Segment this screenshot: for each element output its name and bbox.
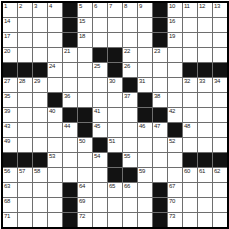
block-r1c11 <box>153 3 167 17</box>
block-r11c13 <box>183 153 197 167</box>
clue-number-15: 15 <box>79 18 85 24</box>
block-r2c11 <box>153 18 167 32</box>
cell-r15c2[interactable] <box>18 213 32 227</box>
clue-number-70: 70 <box>169 198 175 204</box>
cell-r8c2[interactable] <box>18 108 32 122</box>
cell-r7c1[interactable]: 35 <box>3 93 17 107</box>
block-r5c1 <box>3 63 17 77</box>
clue-number-19: 19 <box>169 33 175 39</box>
cell-r15c13[interactable] <box>183 213 197 227</box>
block-r11c15 <box>213 153 227 167</box>
cell-r14c2[interactable] <box>18 198 32 212</box>
clue-number-65: 65 <box>109 183 115 189</box>
cell-r4c12[interactable] <box>168 48 182 62</box>
cell-r10c2[interactable] <box>18 138 32 152</box>
cell-r6c13[interactable]: 32 <box>183 78 197 92</box>
block-r5c15 <box>213 63 227 77</box>
cell-r15c8[interactable] <box>108 213 122 227</box>
cell-r2c12[interactable]: 16 <box>168 18 182 32</box>
cell-r8c1[interactable]: 39 <box>3 108 17 122</box>
cell-r11c6[interactable] <box>78 153 92 167</box>
cell-r6c7[interactable] <box>93 78 107 92</box>
clue-number-12: 12 <box>199 3 205 9</box>
cell-r11c11[interactable] <box>153 153 167 167</box>
cell-r12c13[interactable]: 60 <box>183 168 197 182</box>
block-r11c2 <box>18 153 32 167</box>
cell-r9c8[interactable] <box>108 123 122 137</box>
block-r14c11 <box>153 198 167 212</box>
cell-r9c13[interactable]: 48 <box>183 123 197 137</box>
block-r9c12 <box>168 123 182 137</box>
cell-r7c11[interactable]: 38 <box>153 93 167 107</box>
cell-r10c1[interactable]: 49 <box>3 138 17 152</box>
cell-r6c1[interactable]: 27 <box>3 78 17 92</box>
crossword-board: 1234567891011121314151617181920212223242… <box>0 0 229 229</box>
block-r5c3 <box>33 63 47 77</box>
cell-r5c6[interactable] <box>78 63 92 77</box>
clue-number-17: 17 <box>4 33 10 39</box>
clue-number-41: 41 <box>94 108 100 114</box>
cell-r11c10[interactable] <box>138 153 152 167</box>
clue-number-35: 35 <box>4 93 10 99</box>
cell-r13c9[interactable]: 66 <box>123 183 137 197</box>
cell-r12c12[interactable] <box>168 168 182 182</box>
cell-r12c4[interactable] <box>48 168 62 182</box>
cell-r10c5[interactable] <box>63 138 77 152</box>
cell-r9c15[interactable] <box>213 123 227 137</box>
cell-r8c7[interactable]: 41 <box>93 108 107 122</box>
clue-number-6: 6 <box>94 3 97 9</box>
cell-r11c9[interactable]: 55 <box>123 153 137 167</box>
cell-r9c2[interactable] <box>18 123 32 137</box>
clue-number-26: 26 <box>124 63 130 69</box>
cell-r12c2[interactable]: 57 <box>18 168 32 182</box>
block-r4c7 <box>93 48 107 62</box>
cell-r4c9[interactable]: 22 <box>123 48 137 62</box>
block-r10c7 <box>93 138 107 152</box>
cell-r11c5[interactable] <box>63 153 77 167</box>
block-r11c8 <box>108 153 122 167</box>
cell-r12c3[interactable]: 58 <box>33 168 47 182</box>
cell-r6c2[interactable]: 28 <box>18 78 32 92</box>
cell-r3c2[interactable] <box>18 33 32 47</box>
clue-number-47: 47 <box>154 123 160 129</box>
cell-r6c14[interactable]: 33 <box>198 78 212 92</box>
cell-r7c2[interactable] <box>18 93 32 107</box>
clue-number-67: 67 <box>169 183 175 189</box>
clue-number-37: 37 <box>124 93 130 99</box>
block-r15c5 <box>63 213 77 227</box>
cell-r13c15[interactable] <box>213 183 227 197</box>
cell-r6c6[interactable] <box>78 78 92 92</box>
cell-r15c10[interactable] <box>138 213 152 227</box>
cell-r14c6[interactable]: 69 <box>78 198 92 212</box>
block-r11c3 <box>33 153 47 167</box>
cell-r12c14[interactable]: 61 <box>198 168 212 182</box>
cell-r8c15[interactable] <box>213 108 227 122</box>
cell-r10c6[interactable]: 50 <box>78 138 92 152</box>
cell-r1c9[interactable]: 8 <box>123 3 137 17</box>
cell-r5c5[interactable] <box>63 63 77 77</box>
cell-r13c2[interactable] <box>18 183 32 197</box>
block-r5c14 <box>198 63 212 77</box>
cell-r2c4[interactable] <box>48 18 62 32</box>
cell-r12c15[interactable]: 62 <box>213 168 227 182</box>
cell-r6c4[interactable] <box>48 78 62 92</box>
clue-number-58: 58 <box>34 168 40 174</box>
cell-r2c13[interactable] <box>183 18 197 32</box>
clue-number-14: 14 <box>4 18 10 24</box>
clue-number-49: 49 <box>4 138 10 144</box>
cell-r6c8[interactable]: 30 <box>108 78 122 92</box>
clue-number-9: 9 <box>139 3 142 9</box>
cell-r2c3[interactable] <box>33 18 47 32</box>
cell-r13c3[interactable] <box>33 183 47 197</box>
clue-number-61: 61 <box>199 168 205 174</box>
cell-r7c3[interactable] <box>33 93 47 107</box>
cell-r5c12[interactable] <box>168 63 182 77</box>
block-r1c5 <box>63 3 77 17</box>
cell-r3c13[interactable] <box>183 33 197 47</box>
cell-r7c15[interactable] <box>213 93 227 107</box>
cell-r13c6[interactable]: 64 <box>78 183 92 197</box>
cell-r9c9[interactable] <box>123 123 137 137</box>
cell-r5c7[interactable]: 25 <box>93 63 107 77</box>
cell-r3c4[interactable] <box>48 33 62 47</box>
block-r8c6 <box>78 108 92 122</box>
cell-r7c8[interactable] <box>108 93 122 107</box>
cell-r15c3[interactable] <box>33 213 47 227</box>
clue-number-3: 3 <box>34 3 37 9</box>
cell-r14c13[interactable] <box>183 198 197 212</box>
cell-r2c9[interactable] <box>123 18 137 32</box>
cell-r8c8[interactable] <box>108 108 122 122</box>
cell-r13c12[interactable]: 67 <box>168 183 182 197</box>
clue-number-57: 57 <box>19 168 25 174</box>
cell-r14c15[interactable] <box>213 198 227 212</box>
clue-number-38: 38 <box>154 93 160 99</box>
clue-number-2: 2 <box>19 3 22 9</box>
clue-number-4: 4 <box>49 3 52 9</box>
crossword-grid: 1234567891011121314151617181920212223242… <box>1 1 229 229</box>
cell-r8c13[interactable] <box>183 108 197 122</box>
clue-number-5: 5 <box>79 3 82 9</box>
cell-r4c4[interactable] <box>48 48 62 62</box>
cell-r1c1[interactable]: 1 <box>3 3 17 17</box>
cell-r5c10[interactable] <box>138 63 152 77</box>
block-r5c8 <box>108 63 122 77</box>
clue-number-52: 52 <box>169 138 175 144</box>
cell-r6c12[interactable] <box>168 78 182 92</box>
block-r11c1 <box>3 153 17 167</box>
cell-r3c12[interactable]: 19 <box>168 33 182 47</box>
cell-r8c9[interactable] <box>123 108 137 122</box>
clue-number-29: 29 <box>34 78 40 84</box>
cell-r13c4[interactable] <box>48 183 62 197</box>
cell-r9c14[interactable] <box>198 123 212 137</box>
cell-r1c14[interactable]: 12 <box>198 3 212 17</box>
cell-r15c9[interactable] <box>123 213 137 227</box>
cell-r3c3[interactable] <box>33 33 47 47</box>
clue-number-63: 63 <box>4 183 10 189</box>
cell-r4c10[interactable] <box>138 48 152 62</box>
cell-r5c9[interactable]: 26 <box>123 63 137 77</box>
cell-r10c14[interactable] <box>198 138 212 152</box>
cell-r7c14[interactable] <box>198 93 212 107</box>
cell-r4c3[interactable] <box>33 48 47 62</box>
cell-r8c12[interactable]: 42 <box>168 108 182 122</box>
clue-number-28: 28 <box>19 78 25 84</box>
clue-number-18: 18 <box>79 33 85 39</box>
cell-r13c10[interactable] <box>138 183 152 197</box>
block-r12c9 <box>123 168 137 182</box>
cell-r2c8[interactable] <box>108 18 122 32</box>
cell-r3c10[interactable] <box>138 33 152 47</box>
cell-r10c4[interactable] <box>48 138 62 152</box>
cell-r1c15[interactable]: 13 <box>213 3 227 17</box>
cell-r3c14[interactable] <box>198 33 212 47</box>
cell-r13c8[interactable]: 65 <box>108 183 122 197</box>
cell-r10c15[interactable] <box>213 138 227 152</box>
block-r13c11 <box>153 183 167 197</box>
cell-r3c15[interactable] <box>213 33 227 47</box>
cell-r1c10[interactable]: 9 <box>138 3 152 17</box>
cell-r9c1[interactable]: 43 <box>3 123 17 137</box>
clue-number-31: 31 <box>139 78 145 84</box>
block-r3c5 <box>63 33 77 47</box>
clue-number-20: 20 <box>4 48 10 54</box>
block-r9c6 <box>78 123 92 137</box>
cell-r3c9[interactable] <box>123 33 137 47</box>
clue-number-44: 44 <box>64 123 70 129</box>
clue-number-56: 56 <box>4 168 10 174</box>
cell-r10c8[interactable]: 51 <box>108 138 122 152</box>
block-r12c8 <box>108 168 122 182</box>
block-r15c11 <box>153 213 167 227</box>
cell-r6c10[interactable]: 31 <box>138 78 152 92</box>
clue-number-43: 43 <box>4 123 10 129</box>
cell-r4c6[interactable] <box>78 48 92 62</box>
cell-r4c2[interactable] <box>18 48 32 62</box>
cell-r2c14[interactable] <box>198 18 212 32</box>
clue-number-66: 66 <box>124 183 130 189</box>
cell-r10c9[interactable] <box>123 138 137 152</box>
block-r5c13 <box>183 63 197 77</box>
clue-number-33: 33 <box>199 78 205 84</box>
cell-r12c10[interactable]: 59 <box>138 168 152 182</box>
cell-r15c15[interactable] <box>213 213 227 227</box>
block-r5c2 <box>18 63 32 77</box>
cell-r9c11[interactable]: 47 <box>153 123 167 137</box>
cell-r4c11[interactable]: 23 <box>153 48 167 62</box>
block-r8c11 <box>153 108 167 122</box>
clue-number-22: 22 <box>124 48 130 54</box>
clue-number-64: 64 <box>79 183 85 189</box>
cell-r14c12[interactable]: 70 <box>168 198 182 212</box>
cell-r4c1[interactable]: 20 <box>3 48 17 62</box>
block-r2c5 <box>63 18 77 32</box>
clue-number-36: 36 <box>64 93 70 99</box>
cell-r15c1[interactable]: 71 <box>3 213 17 227</box>
cell-r7c7[interactable] <box>93 93 107 107</box>
cell-r15c7[interactable] <box>93 213 107 227</box>
cell-r4c15[interactable] <box>213 48 227 62</box>
clue-number-68: 68 <box>4 198 10 204</box>
clue-number-30: 30 <box>109 78 115 84</box>
clue-number-46: 46 <box>139 123 145 129</box>
cell-r10c10[interactable] <box>138 138 152 152</box>
clue-number-51: 51 <box>109 138 115 144</box>
cell-r13c7[interactable] <box>93 183 107 197</box>
cell-r4c13[interactable] <box>183 48 197 62</box>
cell-r7c9[interactable]: 37 <box>123 93 137 107</box>
clue-number-13: 13 <box>214 3 220 9</box>
cell-r13c14[interactable] <box>198 183 212 197</box>
cell-r12c6[interactable] <box>78 168 92 182</box>
clue-number-24: 24 <box>49 63 55 69</box>
clue-number-8: 8 <box>124 3 127 9</box>
cell-r8c4[interactable]: 40 <box>48 108 62 122</box>
clue-number-21: 21 <box>64 48 70 54</box>
cell-r10c11[interactable] <box>153 138 167 152</box>
cell-r1c8[interactable]: 7 <box>108 3 122 17</box>
block-r14c5 <box>63 198 77 212</box>
clue-number-72: 72 <box>79 213 85 219</box>
block-r8c5 <box>63 108 77 122</box>
cell-r1c6[interactable]: 5 <box>78 3 92 17</box>
cell-r1c3[interactable]: 3 <box>33 3 47 17</box>
cell-r9c7[interactable]: 45 <box>93 123 107 137</box>
cell-r10c12[interactable]: 52 <box>168 138 182 152</box>
cell-r1c4[interactable]: 4 <box>48 3 62 17</box>
cell-r6c15[interactable]: 34 <box>213 78 227 92</box>
cell-r3c7[interactable] <box>93 33 107 47</box>
clue-number-54: 54 <box>94 153 100 159</box>
cell-r12c5[interactable] <box>63 168 77 182</box>
cell-r12c11[interactable] <box>153 168 167 182</box>
cell-r7c5[interactable]: 36 <box>63 93 77 107</box>
clue-number-42: 42 <box>169 108 175 114</box>
cell-r14c7[interactable] <box>93 198 107 212</box>
clue-number-62: 62 <box>214 168 220 174</box>
cell-r13c1[interactable]: 63 <box>3 183 17 197</box>
cell-r1c13[interactable]: 11 <box>183 3 197 17</box>
cell-r3c1[interactable]: 17 <box>3 33 17 47</box>
cell-r5c4[interactable]: 24 <box>48 63 62 77</box>
clue-number-16: 16 <box>169 18 175 24</box>
cell-r11c12[interactable] <box>168 153 182 167</box>
clue-number-48: 48 <box>184 123 190 129</box>
cell-r4c5[interactable]: 21 <box>63 48 77 62</box>
clue-number-27: 27 <box>4 78 10 84</box>
cell-r14c4[interactable] <box>48 198 62 212</box>
cell-r8c14[interactable] <box>198 108 212 122</box>
cell-r11c7[interactable]: 54 <box>93 153 107 167</box>
cell-r9c5[interactable]: 44 <box>63 123 77 137</box>
clue-number-32: 32 <box>184 78 190 84</box>
cell-r9c10[interactable]: 46 <box>138 123 152 137</box>
cell-r14c14[interactable] <box>198 198 212 212</box>
clue-number-40: 40 <box>49 108 55 114</box>
clue-number-11: 11 <box>184 3 189 9</box>
clue-number-53: 53 <box>49 153 55 159</box>
cell-r2c10[interactable] <box>138 18 152 32</box>
cell-r9c4[interactable] <box>48 123 62 137</box>
clue-number-55: 55 <box>124 153 130 159</box>
cell-r3c8[interactable] <box>108 33 122 47</box>
clue-number-25: 25 <box>94 63 100 69</box>
cell-r14c10[interactable] <box>138 198 152 212</box>
clue-number-45: 45 <box>94 123 100 129</box>
cell-r14c1[interactable]: 68 <box>3 198 17 212</box>
cell-r14c9[interactable] <box>123 198 137 212</box>
cell-r4c14[interactable] <box>198 48 212 62</box>
cell-r9c3[interactable] <box>33 123 47 137</box>
cell-r12c7[interactable] <box>93 168 107 182</box>
block-r7c10 <box>138 93 152 107</box>
block-r6c9 <box>123 78 137 92</box>
clue-number-69: 69 <box>79 198 85 204</box>
clue-number-73: 73 <box>169 213 175 219</box>
clue-number-50: 50 <box>79 138 85 144</box>
cell-r3c6[interactable]: 18 <box>78 33 92 47</box>
block-r8c10 <box>138 108 152 122</box>
clue-number-59: 59 <box>139 168 145 174</box>
cell-r10c13[interactable] <box>183 138 197 152</box>
cell-r1c12[interactable]: 10 <box>168 3 182 17</box>
cell-r7c12[interactable] <box>168 93 182 107</box>
cell-r1c2[interactable]: 2 <box>18 3 32 17</box>
cell-r2c7[interactable] <box>93 18 107 32</box>
block-r3c11 <box>153 33 167 47</box>
clue-number-23: 23 <box>154 48 160 54</box>
clue-number-34: 34 <box>214 78 220 84</box>
cell-r8c3[interactable] <box>33 108 47 122</box>
cell-r2c1[interactable]: 14 <box>3 18 17 32</box>
cell-r15c12[interactable]: 73 <box>168 213 182 227</box>
cell-r2c2[interactable] <box>18 18 32 32</box>
cell-r6c11[interactable] <box>153 78 167 92</box>
cell-r15c4[interactable] <box>48 213 62 227</box>
clue-number-71: 71 <box>4 213 10 219</box>
cell-r7c6[interactable] <box>78 93 92 107</box>
cell-r12c1[interactable]: 56 <box>3 168 17 182</box>
cell-r2c15[interactable] <box>213 18 227 32</box>
cell-r6c5[interactable] <box>63 78 77 92</box>
cell-r7c13[interactable] <box>183 93 197 107</box>
cell-r2c6[interactable]: 15 <box>78 18 92 32</box>
block-r4c8 <box>108 48 122 62</box>
cell-r6c3[interactable]: 29 <box>33 78 47 92</box>
cell-r11c4[interactable]: 53 <box>48 153 62 167</box>
cell-r13c13[interactable] <box>183 183 197 197</box>
clue-number-10: 10 <box>169 3 175 9</box>
clue-number-7: 7 <box>109 3 112 9</box>
cell-r10c3[interactable] <box>33 138 47 152</box>
cell-r14c3[interactable] <box>33 198 47 212</box>
cell-r14c8[interactable] <box>108 198 122 212</box>
cell-r15c14[interactable] <box>198 213 212 227</box>
clue-number-39: 39 <box>4 108 10 114</box>
block-r7c4 <box>48 93 62 107</box>
cell-r1c7[interactable]: 6 <box>93 3 107 17</box>
block-r13c5 <box>63 183 77 197</box>
cell-r15c6[interactable]: 72 <box>78 213 92 227</box>
block-r11c14 <box>198 153 212 167</box>
cell-r5c11[interactable] <box>153 63 167 77</box>
clue-number-60: 60 <box>184 168 190 174</box>
clue-number-1: 1 <box>4 3 7 9</box>
